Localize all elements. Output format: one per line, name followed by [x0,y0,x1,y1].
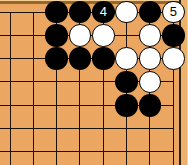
intersection-1-3[interactable] [0,47,22,70]
intersection-6-5[interactable] [115,94,138,117]
intersection-8-1[interactable]: 5 [162,0,185,23]
intersection-3-6[interactable] [45,117,68,140]
move-number-4: 4 [100,5,107,18]
black-stone [92,47,115,70]
intersection-3-4[interactable] [45,70,68,93]
intersection-8-3[interactable] [162,47,185,70]
intersection-1-4[interactable] [0,70,22,93]
intersection-2-2[interactable] [22,24,45,47]
intersection-1-5[interactable] [0,94,22,117]
intersection-8-4[interactable] [162,70,185,93]
intersection-3-3[interactable] [45,47,68,70]
white-stone [115,47,138,70]
intersection-4-1[interactable] [68,0,91,23]
intersection-2-6[interactable] [22,117,45,140]
intersection-2-1[interactable] [22,0,45,23]
intersection-7-7[interactable] [138,140,161,163]
intersection-1-1[interactable] [0,0,22,23]
intersection-5-7[interactable] [92,140,115,163]
black-stone [115,94,138,117]
black-stone [139,1,162,24]
black-stone [45,1,68,24]
intersection-7-3[interactable] [138,47,161,70]
intersection-6-7[interactable] [115,140,138,163]
intersection-1-7[interactable] [0,140,22,163]
intersection-6-6[interactable] [115,117,138,140]
intersection-7-6[interactable] [138,117,161,140]
intersection-8-2[interactable] [162,24,185,47]
intersection-6-4[interactable] [115,70,138,93]
intersection-7-1[interactable] [138,0,161,23]
intersection-2-5[interactable] [22,94,45,117]
intersection-7-5[interactable] [138,94,161,117]
intersection-5-6[interactable] [92,117,115,140]
white-stone [139,24,162,47]
intersection-2-7[interactable] [22,140,45,163]
intersection-5-4[interactable] [92,70,115,93]
go-board-grid: 45 [0,0,185,163]
white-stone [162,47,185,70]
intersection-8-7[interactable] [162,140,185,163]
intersection-8-6[interactable] [162,117,185,140]
intersection-4-6[interactable] [68,117,91,140]
intersection-5-2[interactable] [92,24,115,47]
intersection-5-5[interactable] [92,94,115,117]
black-stone: 4 [92,1,115,24]
intersection-1-2[interactable] [0,24,22,47]
intersection-4-4[interactable] [68,70,91,93]
black-stone [69,47,92,70]
black-stone [69,1,92,24]
intersection-3-1[interactable] [45,0,68,23]
white-stone: 5 [162,1,185,24]
intersection-2-4[interactable] [22,70,45,93]
intersection-6-3[interactable] [115,47,138,70]
white-stone [92,24,115,47]
intersection-3-2[interactable] [45,24,68,47]
black-stone [162,24,185,47]
black-stone [45,47,68,70]
white-stone [69,24,92,47]
intersection-5-1[interactable]: 4 [92,0,115,23]
intersection-3-7[interactable] [45,140,68,163]
intersection-4-5[interactable] [68,94,91,117]
intersection-4-2[interactable] [68,24,91,47]
intersection-3-5[interactable] [45,94,68,117]
black-stone [139,94,162,117]
intersection-1-6[interactable] [0,117,22,140]
intersection-2-3[interactable] [22,47,45,70]
intersection-8-5[interactable] [162,94,185,117]
intersection-5-3[interactable] [92,47,115,70]
go-board: 45 [0,0,188,165]
black-stone [115,71,138,94]
intersection-7-2[interactable] [138,24,161,47]
black-stone [45,24,68,47]
white-stone [139,71,162,94]
intersection-6-2[interactable] [115,24,138,47]
intersection-6-1[interactable] [115,0,138,23]
move-number-5: 5 [170,5,177,18]
white-stone [115,1,138,24]
intersection-7-4[interactable] [138,70,161,93]
intersection-4-7[interactable] [68,140,91,163]
intersection-4-3[interactable] [68,47,91,70]
white-stone [139,47,162,70]
